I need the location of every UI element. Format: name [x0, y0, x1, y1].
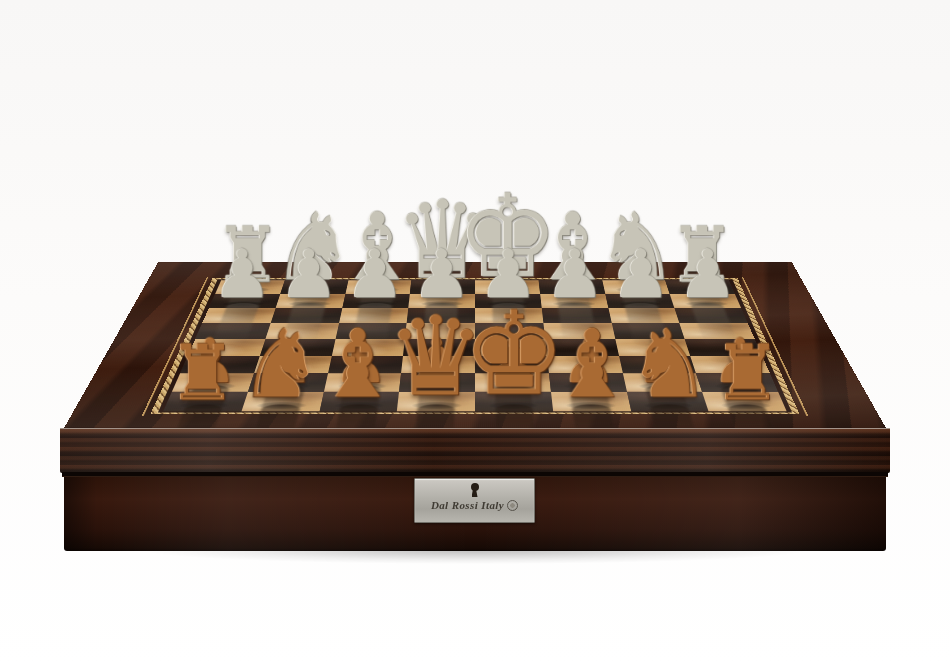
square-b2: ♟: [248, 373, 328, 392]
square-e8: ♚: [475, 280, 540, 294]
square-b5: [265, 323, 338, 339]
keyhole-icon: [471, 483, 479, 497]
square-d1: ♛: [397, 392, 475, 412]
square-e6: [475, 308, 543, 323]
square-h5: [680, 323, 755, 339]
product-photo: ♜♞♝♛♚♝♞♜♟♟♟♟♟♟♟♟♟♟♟♟♟♟♟♟♜♞♝♛♚♝♞♜ Dal Ros…: [0, 0, 950, 665]
crest-icon: [507, 500, 518, 511]
square-b3: [254, 356, 332, 374]
square-e3: [475, 356, 549, 374]
square-h3: [690, 356, 770, 374]
square-c5: [335, 323, 407, 339]
square-b7: ♟: [275, 294, 345, 308]
square-c3: [328, 356, 404, 374]
square-b4: [260, 339, 335, 356]
square-a4: [188, 339, 265, 356]
square-c2: ♟: [323, 373, 401, 392]
square-c6: [339, 308, 409, 323]
square-a2: ♟: [172, 373, 254, 392]
box-lid-front-edge: [60, 428, 890, 473]
square-b6: [270, 308, 342, 323]
square-g7: ♟: [605, 294, 675, 308]
box-shadow: [48, 550, 902, 568]
square-f4: [545, 339, 619, 356]
square-g1: ♞: [627, 392, 709, 412]
brand-plate: Dal Rossi Italy: [414, 478, 535, 523]
square-c4: [331, 339, 405, 356]
square-f5: [543, 323, 615, 339]
brand-text: Dal Rossi Italy: [431, 499, 518, 511]
square-g3: [619, 356, 697, 374]
square-d4: [403, 339, 475, 356]
square-d6: [407, 308, 475, 323]
square-a7: ♟: [209, 294, 280, 308]
square-h6: [675, 308, 748, 323]
square-f7: ♟: [540, 294, 608, 308]
square-f3: [547, 356, 623, 374]
square-h7: ♟: [670, 294, 741, 308]
square-h8: ♜: [665, 280, 734, 294]
square-a5: [195, 323, 270, 339]
square-g2: ♟: [622, 373, 702, 392]
square-b1: ♞: [241, 392, 323, 412]
square-e7: ♟: [475, 294, 542, 308]
square-c8: ♝: [345, 280, 411, 294]
square-d2: ♟: [399, 373, 475, 392]
square-a3: [180, 356, 260, 374]
board-inlay-inner-gap: ♜♞♝♛♚♝♞♜♟♟♟♟♟♟♟♟♟♟♟♟♟♟♟♟♜♞♝♛♚♝♞♜: [158, 279, 792, 412]
square-f2: ♟: [549, 373, 627, 392]
square-h2: ♟: [696, 373, 778, 392]
board-inlay-outer-line: ♜♞♝♛♚♝♞♜♟♟♟♟♟♟♟♟♟♟♟♟♟♟♟♟♜♞♝♛♚♝♞♜: [141, 277, 808, 416]
square-g8: ♞: [602, 280, 670, 294]
square-c7: ♟: [342, 294, 410, 308]
square-d8: ♛: [410, 280, 475, 294]
board-grid: ♜♞♝♛♚♝♞♜♟♟♟♟♟♟♟♟♟♟♟♟♟♟♟♟♜♞♝♛♚♝♞♜: [163, 280, 786, 411]
square-d5: [405, 323, 475, 339]
square-g4: [615, 339, 690, 356]
square-d7: ♟: [408, 294, 475, 308]
square-a6: [202, 308, 275, 323]
square-a1: ♜: [163, 392, 247, 412]
square-e5: [475, 323, 545, 339]
board-inlay-rope-border: ♜♞♝♛♚♝♞♜♟♟♟♟♟♟♟♟♟♟♟♟♟♟♟♟♜♞♝♛♚♝♞♜: [150, 278, 799, 414]
square-f8: ♝: [538, 280, 604, 294]
square-e1: ♚: [475, 392, 553, 412]
square-f1: ♝: [551, 392, 631, 412]
chess-board: ♜♞♝♛♚♝♞♜♟♟♟♟♟♟♟♟♟♟♟♟♟♟♟♟♜♞♝♛♚♝♞♜: [64, 262, 886, 428]
square-c1: ♝: [319, 392, 399, 412]
brand-text-label: Dal Rossi Italy: [431, 499, 504, 511]
square-f6: [542, 308, 612, 323]
square-a8: ♜: [215, 280, 284, 294]
square-b8: ♞: [280, 280, 348, 294]
square-g6: [608, 308, 680, 323]
square-e2: ♟: [475, 373, 551, 392]
square-g5: [611, 323, 684, 339]
square-h1: ♜: [702, 392, 786, 412]
square-d3: [401, 356, 475, 374]
square-e4: [475, 339, 547, 356]
square-h4: [685, 339, 762, 356]
